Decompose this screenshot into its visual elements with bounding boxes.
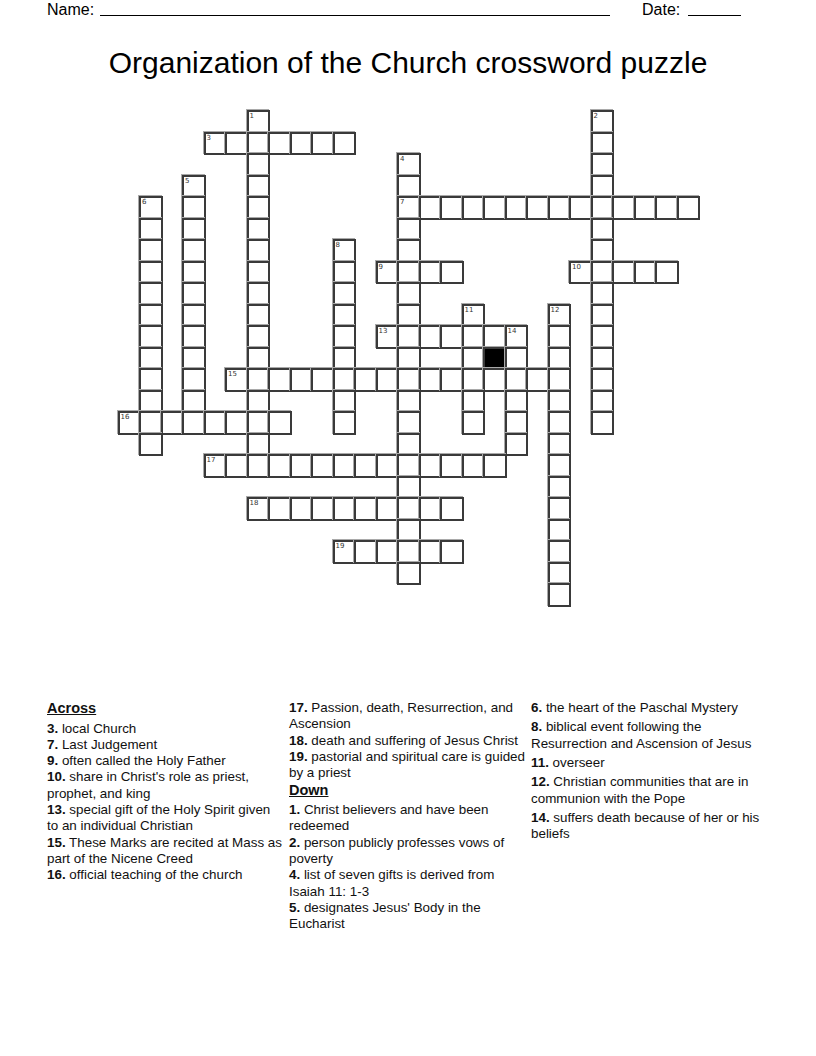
grid-cell[interactable]: 4: [397, 153, 421, 177]
grid-cell[interactable]: [376, 454, 400, 478]
grid-cell[interactable]: [397, 433, 421, 457]
grid-cell[interactable]: [311, 132, 335, 156]
grid-cell[interactable]: [397, 239, 421, 263]
grid-cell[interactable]: [225, 454, 249, 478]
grid-cell[interactable]: [548, 347, 572, 371]
grid-cell[interactable]: [268, 411, 292, 435]
grid-cell[interactable]: [182, 239, 206, 263]
clue-across-10: 10. share in Christ's role as priest, pr…: [47, 769, 283, 802]
grid-cell[interactable]: [182, 347, 206, 371]
grid-cell[interactable]: [139, 433, 163, 457]
grid-cell[interactable]: [677, 196, 701, 220]
clue-number: 2: [594, 112, 598, 120]
grid-cell[interactable]: [397, 411, 421, 435]
grid-cell[interactable]: [591, 325, 615, 349]
black-cell: [483, 347, 507, 371]
clue-number: 7: [400, 198, 404, 206]
grid-cell[interactable]: [548, 519, 572, 543]
grid-cell[interactable]: 9: [376, 261, 400, 285]
grid-cell[interactable]: [505, 433, 529, 457]
grid-cell[interactable]: [397, 540, 421, 564]
grid-cell[interactable]: [397, 454, 421, 478]
grid-cell[interactable]: [182, 368, 206, 392]
clue-number: 8: [336, 241, 340, 249]
grid-cell[interactable]: [483, 325, 507, 349]
grid-cell[interactable]: [548, 540, 572, 564]
grid-cell[interactable]: [247, 218, 271, 242]
grid-cell[interactable]: 8: [333, 239, 357, 263]
grid-cell[interactable]: [462, 411, 486, 435]
clue-column: 6. the heart of the Paschal Mystery8. bi…: [531, 700, 767, 933]
grid-cell[interactable]: [548, 583, 572, 607]
grid-cell[interactable]: [462, 196, 486, 220]
grid-cell[interactable]: [397, 519, 421, 543]
grid-cell[interactable]: [591, 347, 615, 371]
clue-number: 16: [121, 413, 130, 421]
clue-down-1: 1. Christ believers and have been redeem…: [289, 802, 525, 835]
grid-cell[interactable]: [268, 497, 292, 521]
grid-cell[interactable]: [591, 368, 615, 392]
grid-cell[interactable]: [634, 261, 658, 285]
across-heading: Across: [47, 700, 283, 717]
grid-cell[interactable]: [376, 368, 400, 392]
grid-cell[interactable]: [311, 454, 335, 478]
grid-cell[interactable]: 14: [505, 325, 529, 349]
grid-cell[interactable]: [139, 282, 163, 306]
grid-cell[interactable]: [397, 218, 421, 242]
grid-cell[interactable]: [139, 368, 163, 392]
grid-cell[interactable]: 19: [333, 540, 357, 564]
grid-cell[interactable]: [225, 132, 249, 156]
grid-cell[interactable]: [247, 261, 271, 285]
grid-cell[interactable]: [591, 304, 615, 328]
clue-number: 13: [379, 327, 388, 335]
grid-cell[interactable]: [290, 454, 314, 478]
grid-cell[interactable]: [655, 261, 679, 285]
grid-cell[interactable]: [548, 325, 572, 349]
grid-cell[interactable]: [440, 368, 464, 392]
clue-number: 1: [250, 112, 254, 120]
grid-cell[interactable]: [268, 368, 292, 392]
grid-cell[interactable]: [548, 411, 572, 435]
grid-cell[interactable]: [548, 390, 572, 414]
grid-cell[interactable]: [505, 411, 529, 435]
grid-cell[interactable]: [333, 454, 357, 478]
clue-down-8: 8. biblical event following the Resurrec…: [531, 719, 767, 752]
grid-cell[interactable]: [225, 411, 249, 435]
grid-cell[interactable]: [591, 411, 615, 435]
clue-number: 4: [400, 155, 404, 163]
name-input-line[interactable]: [100, 0, 610, 16]
grid-cell[interactable]: [483, 454, 507, 478]
grid-cell[interactable]: [462, 347, 486, 371]
grid-cell[interactable]: 11: [462, 304, 486, 328]
grid-cell[interactable]: [419, 497, 443, 521]
grid-cell[interactable]: [591, 196, 615, 220]
grid-cell[interactable]: [139, 218, 163, 242]
grid-cell[interactable]: [354, 497, 378, 521]
grid-cell[interactable]: 12: [548, 304, 572, 328]
grid-cell[interactable]: [462, 454, 486, 478]
clue-across-13: 13. special gift of the Holy Spirit give…: [47, 802, 283, 835]
grid-cell[interactable]: [247, 454, 271, 478]
grid-cell[interactable]: [440, 497, 464, 521]
grid-cell[interactable]: [204, 411, 228, 435]
grid-cell[interactable]: 15: [225, 368, 249, 392]
grid-cell[interactable]: [354, 454, 378, 478]
clue-number: 12: [551, 306, 560, 314]
grid-cell[interactable]: [247, 282, 271, 306]
grid-cell[interactable]: [247, 433, 271, 457]
clue-across-18: 18. death and suffering of Jesus Christ: [289, 733, 525, 749]
clue-number: 18: [250, 499, 259, 507]
grid-cell[interactable]: [247, 390, 271, 414]
grid-cell[interactable]: [247, 411, 271, 435]
grid-cell[interactable]: [290, 368, 314, 392]
grid-cell[interactable]: 17: [204, 454, 228, 478]
grid-cell[interactable]: [397, 368, 421, 392]
crossword-grid: 12345678910111213141516171819: [118, 110, 701, 607]
grid-cell[interactable]: [591, 390, 615, 414]
grid-cell[interactable]: [139, 390, 163, 414]
grid-cell[interactable]: 18: [247, 497, 271, 521]
grid-cell[interactable]: [139, 239, 163, 263]
grid-cell[interactable]: [247, 132, 271, 156]
grid-cell[interactable]: 10: [569, 261, 593, 285]
grid-cell[interactable]: [440, 325, 464, 349]
grid-cell[interactable]: [548, 497, 572, 521]
grid-cell[interactable]: [548, 433, 572, 457]
grid-cell[interactable]: 6: [139, 196, 163, 220]
grid-cell[interactable]: [591, 239, 615, 263]
clue-number: 19: [336, 542, 345, 550]
grid-cell[interactable]: [311, 368, 335, 392]
grid-cell[interactable]: [290, 132, 314, 156]
grid-cell[interactable]: [161, 411, 185, 435]
grid-cell[interactable]: [333, 261, 357, 285]
clue-down-6: 6. the heart of the Paschal Mystery: [531, 700, 767, 716]
grid-cell[interactable]: [419, 261, 443, 285]
grid-cell[interactable]: [612, 196, 636, 220]
grid-cell[interactable]: [483, 368, 507, 392]
grid-cell[interactable]: [182, 411, 206, 435]
grid-cell[interactable]: [333, 390, 357, 414]
grid-cell[interactable]: [548, 562, 572, 586]
clue-down-12: 12. Christian communities that are in co…: [531, 774, 767, 807]
name-label: Name:: [47, 1, 94, 19]
grid-cell[interactable]: [591, 153, 615, 177]
grid-cell[interactable]: [440, 540, 464, 564]
clues-section: Across3. local Church7. Last Judgement9.…: [47, 700, 773, 933]
grid-cell[interactable]: [419, 196, 443, 220]
date-label: Date:: [642, 1, 680, 19]
grid-cell[interactable]: [462, 325, 486, 349]
grid-cell[interactable]: [591, 261, 615, 285]
clue-number: 3: [207, 134, 211, 142]
clue-across-7: 7. Last Judgement: [47, 737, 283, 753]
grid-cell[interactable]: [333, 497, 357, 521]
grid-cell[interactable]: 5: [182, 175, 206, 199]
grid-cell[interactable]: [591, 282, 615, 306]
clue-column: 17. Passion, death, Resurrection, and As…: [289, 700, 525, 933]
grid-cell[interactable]: [139, 261, 163, 285]
grid-cell[interactable]: 13: [376, 325, 400, 349]
grid-cell[interactable]: [548, 368, 572, 392]
grid-cell[interactable]: [526, 368, 550, 392]
clue-across-16: 16. official teaching of the church: [47, 867, 283, 883]
grid-cell[interactable]: [182, 325, 206, 349]
grid-cell[interactable]: [483, 196, 507, 220]
grid-cell[interactable]: [376, 497, 400, 521]
grid-cell[interactable]: [247, 153, 271, 177]
grid-cell[interactable]: [591, 132, 615, 156]
clue-number: 14: [508, 327, 517, 335]
clue-across-17: 17. Passion, death, Resurrection, and As…: [289, 700, 525, 733]
grid-cell[interactable]: [634, 196, 658, 220]
grid-cell[interactable]: [247, 239, 271, 263]
clue-across-19: 19. pastorial and spiritual care is guid…: [289, 749, 525, 782]
grid-cell[interactable]: [569, 196, 593, 220]
grid-cell[interactable]: [397, 175, 421, 199]
grid-cell[interactable]: [397, 325, 421, 349]
grid-cell[interactable]: [655, 196, 679, 220]
clue-number: 5: [185, 177, 189, 185]
grid-cell[interactable]: [397, 261, 421, 285]
grid-cell[interactable]: [591, 175, 615, 199]
grid-cell[interactable]: [333, 347, 357, 371]
grid-cell[interactable]: [182, 304, 206, 328]
grid-cell[interactable]: [333, 368, 357, 392]
grid-cell[interactable]: 2: [591, 110, 615, 134]
grid-cell[interactable]: [333, 132, 357, 156]
grid-cell[interactable]: [333, 325, 357, 349]
grid-cell[interactable]: [333, 282, 357, 306]
grid-cell[interactable]: [247, 325, 271, 349]
page-title: Organization of the Church crossword puz…: [0, 46, 816, 80]
grid-cell[interactable]: [182, 218, 206, 242]
grid-cell[interactable]: [397, 497, 421, 521]
date-input-line[interactable]: [688, 0, 741, 16]
grid-cell[interactable]: [440, 196, 464, 220]
grid-cell[interactable]: [247, 347, 271, 371]
grid-cell[interactable]: [419, 454, 443, 478]
clue-number: 9: [379, 263, 383, 271]
grid-cell[interactable]: 16: [118, 411, 142, 435]
grid-cell[interactable]: [397, 562, 421, 586]
clue-across-9: 9. often called the Holy Father: [47, 753, 283, 769]
grid-cell[interactable]: [354, 540, 378, 564]
grid-cell[interactable]: [397, 304, 421, 328]
clue-number: 15: [228, 370, 237, 378]
grid-cell[interactable]: [397, 282, 421, 306]
grid-cell[interactable]: [268, 454, 292, 478]
grid-cell[interactable]: [139, 411, 163, 435]
grid-cell[interactable]: [290, 497, 314, 521]
grid-cell[interactable]: [376, 540, 400, 564]
clue-number: 11: [465, 306, 474, 314]
grid-cell[interactable]: 3: [204, 132, 228, 156]
grid-cell[interactable]: [182, 196, 206, 220]
clue-column: Across3. local Church7. Last Judgement9.…: [47, 700, 283, 933]
grid-cell[interactable]: [397, 390, 421, 414]
grid-cell[interactable]: [182, 390, 206, 414]
grid-cell[interactable]: [462, 390, 486, 414]
clue-down-4: 4. list of seven gifts is derived from I…: [289, 867, 525, 900]
clue-number: 17: [207, 456, 216, 464]
grid-cell[interactable]: [548, 454, 572, 478]
grid-cell[interactable]: [182, 261, 206, 285]
grid-cell[interactable]: [139, 304, 163, 328]
grid-cell[interactable]: [419, 325, 443, 349]
grid-cell[interactable]: [139, 325, 163, 349]
clue-across-3: 3. local Church: [47, 721, 283, 737]
grid-cell[interactable]: [419, 540, 443, 564]
grid-cell[interactable]: [548, 476, 572, 500]
grid-cell[interactable]: [182, 282, 206, 306]
grid-cell[interactable]: [505, 368, 529, 392]
grid-cell[interactable]: [440, 454, 464, 478]
grid-cell[interactable]: [247, 368, 271, 392]
grid-cell[interactable]: [333, 304, 357, 328]
grid-cell[interactable]: [354, 368, 378, 392]
grid-cell[interactable]: [419, 368, 443, 392]
clue-down-2: 2. person publicly professes vows of pov…: [289, 835, 525, 868]
grid-cell[interactable]: [526, 196, 550, 220]
grid-cell[interactable]: [612, 261, 636, 285]
grid-cell[interactable]: [139, 347, 163, 371]
grid-cell[interactable]: [462, 368, 486, 392]
grid-cell[interactable]: [247, 175, 271, 199]
grid-cell[interactable]: [591, 218, 615, 242]
clue-number: 6: [142, 198, 146, 206]
grid-cell[interactable]: [505, 390, 529, 414]
grid-cell[interactable]: [333, 411, 357, 435]
grid-cell[interactable]: [505, 196, 529, 220]
grid-cell[interactable]: 1: [247, 110, 271, 134]
grid-cell[interactable]: [548, 196, 572, 220]
grid-cell[interactable]: [397, 347, 421, 371]
grid-cell[interactable]: [247, 304, 271, 328]
grid-cell[interactable]: [440, 261, 464, 285]
grid-cell[interactable]: [268, 132, 292, 156]
down-heading: Down: [289, 782, 525, 799]
clue-down-5: 5. designates Jesus' Body in the Euchari…: [289, 900, 525, 933]
grid-cell[interactable]: [505, 347, 529, 371]
grid-cell[interactable]: 7: [397, 196, 421, 220]
clue-across-15: 15. These Marks are recited at Mass as p…: [47, 835, 283, 868]
grid-cell[interactable]: [247, 196, 271, 220]
clue-down-11: 11. overseer: [531, 755, 767, 771]
clue-number: 10: [572, 263, 581, 271]
grid-cell[interactable]: [311, 497, 335, 521]
grid-cell[interactable]: [397, 476, 421, 500]
clue-down-14: 14. suffers death because of her or his …: [531, 810, 767, 843]
